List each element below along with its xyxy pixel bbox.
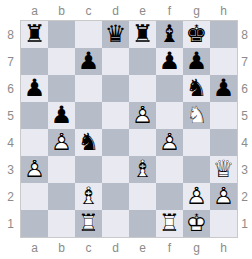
piece-glyph: ♚	[183, 21, 210, 48]
piece-white-rook[interactable]: ♜♖	[75, 210, 102, 237]
square-b7[interactable]	[48, 48, 75, 75]
file-label-h-bottom: h	[210, 237, 237, 259]
square-h5[interactable]	[210, 102, 237, 129]
rank-labels-right: 87654321	[237, 21, 252, 237]
square-c5[interactable]	[75, 102, 102, 129]
piece-outline-layer: ♔	[183, 210, 210, 237]
square-g3[interactable]	[183, 156, 210, 183]
square-h3[interactable]: ♛♕	[210, 156, 237, 183]
piece-white-pawn[interactable]: ♟♙	[48, 129, 75, 156]
square-a7[interactable]	[21, 48, 48, 75]
square-f5[interactable]	[156, 102, 183, 129]
file-label-c-bottom: c	[75, 237, 102, 259]
square-e3[interactable]: ♝♗	[129, 156, 156, 183]
square-e2[interactable]	[129, 183, 156, 210]
piece-outline-layer: ♙	[48, 129, 75, 156]
file-label-h-top: h	[210, 0, 237, 21]
square-e6[interactable]	[129, 75, 156, 102]
square-e5[interactable]: ♟♙	[129, 102, 156, 129]
piece-white-pawn[interactable]: ♟♙	[183, 183, 210, 210]
piece-white-rook[interactable]: ♜♖	[156, 210, 183, 237]
piece-black-pawn[interactable]: ♟	[210, 75, 237, 102]
piece-black-pawn[interactable]: ♟	[156, 48, 183, 75]
square-f2[interactable]	[156, 183, 183, 210]
square-a1[interactable]	[21, 210, 48, 237]
piece-white-bishop[interactable]: ♝♗	[75, 183, 102, 210]
square-c7[interactable]: ♟	[75, 48, 102, 75]
square-a8[interactable]: ♜	[21, 21, 48, 48]
piece-black-rook[interactable]: ♜	[21, 21, 48, 48]
piece-outline-layer: ♙	[210, 183, 237, 210]
square-f6[interactable]	[156, 75, 183, 102]
square-d5[interactable]	[102, 102, 129, 129]
square-f3[interactable]	[156, 156, 183, 183]
piece-white-knight[interactable]: ♞♘	[183, 102, 210, 129]
piece-outline-layer: ♗	[129, 156, 156, 183]
piece-glyph: ♟	[210, 75, 237, 102]
file-label-f-bottom: f	[156, 237, 183, 259]
file-label-e-top: e	[129, 0, 156, 21]
square-c8[interactable]	[75, 21, 102, 48]
file-label-e-bottom: e	[129, 237, 156, 259]
square-e1[interactable]	[129, 210, 156, 237]
chess-board: ♜♛♜♝♚♟♟♟♟♞♟♟♟♙♞♘♟♙♞♟♙♟♙♝♗♛♕♝♗♟♙♟♙♜♖♜♖♚♔	[21, 21, 237, 237]
piece-black-knight[interactable]: ♞	[75, 129, 102, 156]
piece-black-queen[interactable]: ♛	[102, 21, 129, 48]
square-a5[interactable]	[21, 102, 48, 129]
piece-outline-layer: ♗	[75, 183, 102, 210]
square-b4[interactable]: ♟♙	[48, 129, 75, 156]
piece-white-king[interactable]: ♚♔	[183, 210, 210, 237]
piece-glyph: ♜	[21, 21, 48, 48]
rank-label-4-left: 4	[0, 129, 21, 156]
square-b8[interactable]	[48, 21, 75, 48]
piece-black-bishop[interactable]: ♝	[156, 21, 183, 48]
rank-label-8-right: 8	[237, 21, 252, 48]
piece-white-pawn[interactable]: ♟♙	[156, 129, 183, 156]
file-label-g-bottom: g	[183, 237, 210, 259]
piece-black-rook[interactable]: ♜	[129, 21, 156, 48]
piece-glyph: ♟	[156, 48, 183, 75]
rank-label-5-right: 5	[237, 102, 252, 129]
piece-white-pawn[interactable]: ♟♙	[21, 156, 48, 183]
piece-black-pawn[interactable]: ♟	[48, 102, 75, 129]
square-b2[interactable]	[48, 183, 75, 210]
rank-label-7-right: 7	[237, 48, 252, 75]
piece-outline-layer: ♙	[129, 102, 156, 129]
rank-label-1-left: 1	[0, 210, 21, 237]
square-h6[interactable]: ♟	[210, 75, 237, 102]
rank-label-3-right: 3	[237, 156, 252, 183]
piece-outline-layer: ♖	[156, 210, 183, 237]
piece-glyph: ♞	[75, 129, 102, 156]
piece-white-queen[interactable]: ♛♕	[210, 156, 237, 183]
rank-label-3-left: 3	[0, 156, 21, 183]
square-g5[interactable]: ♞♘	[183, 102, 210, 129]
piece-glyph: ♛	[102, 21, 129, 48]
file-label-g-top: g	[183, 0, 210, 21]
square-f4[interactable]: ♟♙	[156, 129, 183, 156]
square-g1[interactable]: ♚♔	[183, 210, 210, 237]
piece-glyph: ♜	[129, 21, 156, 48]
rank-label-7-left: 7	[0, 48, 21, 75]
piece-white-bishop[interactable]: ♝♗	[129, 156, 156, 183]
square-a6[interactable]: ♟	[21, 75, 48, 102]
piece-outline-layer: ♘	[183, 102, 210, 129]
rank-label-4-right: 4	[237, 129, 252, 156]
chess-diagram: abcdefgh 87654321 ♜♛♜♝♚♟♟♟♟♞♟♟♟♙♞♘♟♙♞♟♙♟…	[0, 0, 252, 259]
file-label-a-top: a	[21, 0, 48, 21]
square-c3[interactable]	[75, 156, 102, 183]
square-d7[interactable]	[102, 48, 129, 75]
square-c1[interactable]: ♜♖	[75, 210, 102, 237]
rank-label-1-right: 1	[237, 210, 252, 237]
piece-white-pawn[interactable]: ♟♙	[210, 183, 237, 210]
piece-glyph: ♟	[48, 102, 75, 129]
file-label-a-bottom: a	[21, 237, 48, 259]
piece-white-pawn[interactable]: ♟♙	[129, 102, 156, 129]
square-d4[interactable]	[102, 129, 129, 156]
square-c4[interactable]: ♞	[75, 129, 102, 156]
piece-black-pawn[interactable]: ♟	[183, 48, 210, 75]
piece-glyph: ♝	[156, 21, 183, 48]
square-h1[interactable]	[210, 210, 237, 237]
rank-label-6-right: 6	[237, 75, 252, 102]
piece-glyph: ♞	[183, 75, 210, 102]
piece-black-king[interactable]: ♚	[183, 21, 210, 48]
rank-label-5-left: 5	[0, 102, 21, 129]
square-f1[interactable]: ♜♖	[156, 210, 183, 237]
square-h8[interactable]	[210, 21, 237, 48]
square-e7[interactable]	[129, 48, 156, 75]
square-c2[interactable]: ♝♗	[75, 183, 102, 210]
piece-glyph: ♟	[75, 48, 102, 75]
file-label-f-top: f	[156, 0, 183, 21]
square-d6[interactable]	[102, 75, 129, 102]
file-label-b-bottom: b	[48, 237, 75, 259]
piece-outline-layer: ♕	[210, 156, 237, 183]
square-g2[interactable]: ♟♙	[183, 183, 210, 210]
rank-label-2-left: 2	[0, 183, 21, 210]
square-b3[interactable]	[48, 156, 75, 183]
file-labels-bottom: abcdefgh	[21, 237, 237, 259]
rank-label-8-left: 8	[0, 21, 21, 48]
square-e8[interactable]: ♜	[129, 21, 156, 48]
square-g4[interactable]	[183, 129, 210, 156]
piece-outline-layer: ♙	[156, 129, 183, 156]
piece-outline-layer: ♙	[21, 156, 48, 183]
file-label-d-bottom: d	[102, 237, 129, 259]
square-a3[interactable]: ♟♙	[21, 156, 48, 183]
piece-outline-layer: ♖	[75, 210, 102, 237]
square-a2[interactable]	[21, 183, 48, 210]
piece-glyph: ♟	[21, 75, 48, 102]
square-g8[interactable]: ♚	[183, 21, 210, 48]
square-f8[interactable]: ♝	[156, 21, 183, 48]
file-labels-top: abcdefgh	[21, 0, 237, 21]
square-h4[interactable]	[210, 129, 237, 156]
square-b5[interactable]: ♟	[48, 102, 75, 129]
square-a4[interactable]	[21, 129, 48, 156]
square-d1[interactable]	[102, 210, 129, 237]
square-f7[interactable]: ♟	[156, 48, 183, 75]
square-d2[interactable]	[102, 183, 129, 210]
square-g6[interactable]: ♞	[183, 75, 210, 102]
rank-label-2-right: 2	[237, 183, 252, 210]
square-b6[interactable]	[48, 75, 75, 102]
piece-outline-layer: ♙	[183, 183, 210, 210]
rank-labels-left: 87654321	[0, 21, 21, 237]
piece-glyph: ♟	[183, 48, 210, 75]
square-e4[interactable]	[129, 129, 156, 156]
piece-black-knight[interactable]: ♞	[183, 75, 210, 102]
square-h2[interactable]: ♟♙	[210, 183, 237, 210]
square-c6[interactable]	[75, 75, 102, 102]
piece-black-pawn[interactable]: ♟	[75, 48, 102, 75]
rank-label-6-left: 6	[0, 75, 21, 102]
file-label-b-top: b	[48, 0, 75, 21]
file-label-c-top: c	[75, 0, 102, 21]
square-g7[interactable]: ♟	[183, 48, 210, 75]
file-label-d-top: d	[102, 0, 129, 21]
square-d8[interactable]: ♛	[102, 21, 129, 48]
square-d3[interactable]	[102, 156, 129, 183]
square-b1[interactable]	[48, 210, 75, 237]
square-h7[interactable]	[210, 48, 237, 75]
piece-black-pawn[interactable]: ♟	[21, 75, 48, 102]
